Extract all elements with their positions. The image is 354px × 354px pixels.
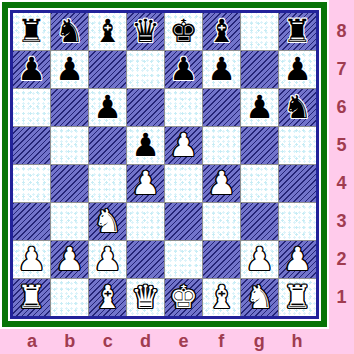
white-pawn-piece: ♟: [283, 241, 312, 278]
rank-coordinates: 87654321: [330, 13, 353, 316]
square-e4[interactable]: [165, 165, 202, 202]
square-d7[interactable]: [127, 51, 164, 88]
square-c6[interactable]: ♟: [89, 89, 126, 126]
file-label-d: d: [127, 330, 165, 353]
black-pawn-piece: ♟: [169, 51, 198, 88]
board-white-inset: ♜♞♝♛♚♝♜♟♟♟♟♟♟♟♞♟♟♟♟♞♟♟♟♟♟♜♝♛♚♝♞♜: [8, 8, 321, 321]
square-b3[interactable]: [51, 203, 88, 240]
square-d2[interactable]: [127, 241, 164, 278]
square-b2[interactable]: ♟: [51, 241, 88, 278]
black-pawn-piece: ♟: [245, 89, 274, 126]
file-label-g: g: [240, 330, 278, 353]
square-g5[interactable]: [241, 127, 278, 164]
square-g6[interactable]: ♟: [241, 89, 278, 126]
square-d4[interactable]: ♟: [127, 165, 164, 202]
file-label-b: b: [51, 330, 89, 353]
square-h3[interactable]: [279, 203, 316, 240]
black-pawn-piece: ♟: [17, 51, 46, 88]
square-h6[interactable]: ♞: [279, 89, 316, 126]
square-h7[interactable]: ♟: [279, 51, 316, 88]
rank-label-6: 6: [330, 89, 353, 127]
square-c5[interactable]: [89, 127, 126, 164]
square-c7[interactable]: [89, 51, 126, 88]
white-pawn-piece: ♟: [207, 165, 236, 202]
square-f6[interactable]: [203, 89, 240, 126]
board-grid: ♜♞♝♛♚♝♜♟♟♟♟♟♟♟♞♟♟♟♟♞♟♟♟♟♟♜♝♛♚♝♞♜: [13, 13, 316, 316]
rank-label-5: 5: [330, 127, 353, 165]
square-c4[interactable]: [89, 165, 126, 202]
square-a6[interactable]: [13, 89, 50, 126]
file-label-c: c: [89, 330, 127, 353]
square-e8[interactable]: ♚: [165, 13, 202, 50]
square-h5[interactable]: [279, 127, 316, 164]
black-rook-piece: ♜: [283, 13, 312, 50]
square-f4[interactable]: ♟: [203, 165, 240, 202]
square-b5[interactable]: [51, 127, 88, 164]
white-knight-piece: ♞: [93, 203, 122, 240]
square-h2[interactable]: ♟: [279, 241, 316, 278]
white-rook-piece: ♜: [283, 279, 312, 316]
white-bishop-piece: ♝: [207, 279, 236, 316]
white-rook-piece: ♜: [17, 279, 46, 316]
black-pawn-piece: ♟: [283, 51, 312, 88]
file-label-a: a: [13, 330, 51, 353]
chess-app-window: ♜♞♝♛♚♝♜♟♟♟♟♟♟♟♞♟♟♟♟♞♟♟♟♟♟♜♝♛♚♝♞♜ abcdefg…: [0, 0, 354, 354]
black-bishop-piece: ♝: [207, 13, 236, 50]
square-a7[interactable]: ♟: [13, 51, 50, 88]
black-pawn-piece: ♟: [93, 89, 122, 126]
square-b7[interactable]: ♟: [51, 51, 88, 88]
white-queen-piece: ♛: [131, 279, 160, 316]
square-d3[interactable]: [127, 203, 164, 240]
square-c8[interactable]: ♝: [89, 13, 126, 50]
board-navy-border: ♜♞♝♛♚♝♜♟♟♟♟♟♟♟♞♟♟♟♟♞♟♟♟♟♟♜♝♛♚♝♞♜: [10, 10, 319, 319]
square-e2[interactable]: [165, 241, 202, 278]
black-queen-piece: ♛: [131, 13, 160, 50]
file-label-f: f: [202, 330, 240, 353]
square-f8[interactable]: ♝: [203, 13, 240, 50]
square-g7[interactable]: [241, 51, 278, 88]
white-knight-piece: ♞: [245, 279, 274, 316]
square-g4[interactable]: [241, 165, 278, 202]
square-f1[interactable]: ♝: [203, 279, 240, 316]
square-d8[interactable]: ♛: [127, 13, 164, 50]
rank-label-3: 3: [330, 202, 353, 240]
square-c2[interactable]: ♟: [89, 241, 126, 278]
square-b1[interactable]: [51, 279, 88, 316]
square-a1[interactable]: ♜: [13, 279, 50, 316]
black-pawn-piece: ♟: [55, 51, 84, 88]
square-d6[interactable]: [127, 89, 164, 126]
white-pawn-piece: ♟: [131, 165, 160, 202]
rank-label-4: 4: [330, 165, 353, 203]
square-f5[interactable]: [203, 127, 240, 164]
square-d1[interactable]: ♛: [127, 279, 164, 316]
white-pawn-piece: ♟: [93, 241, 122, 278]
black-rook-piece: ♜: [17, 13, 46, 50]
square-d5[interactable]: ♟: [127, 127, 164, 164]
square-f7[interactable]: ♟: [203, 51, 240, 88]
square-e6[interactable]: [165, 89, 202, 126]
square-a4[interactable]: [13, 165, 50, 202]
square-b8[interactable]: ♞: [51, 13, 88, 50]
rank-label-2: 2: [330, 240, 353, 278]
rank-label-7: 7: [330, 51, 353, 89]
square-g2[interactable]: ♟: [241, 241, 278, 278]
white-pawn-piece: ♟: [17, 241, 46, 278]
black-pawn-piece: ♟: [207, 51, 236, 88]
square-a2[interactable]: ♟: [13, 241, 50, 278]
black-bishop-piece: ♝: [93, 13, 122, 50]
square-g1[interactable]: ♞: [241, 279, 278, 316]
white-pawn-piece: ♟: [245, 241, 274, 278]
square-f3[interactable]: [203, 203, 240, 240]
square-e1[interactable]: ♚: [165, 279, 202, 316]
square-b4[interactable]: [51, 165, 88, 202]
white-bishop-piece: ♝: [93, 279, 122, 316]
black-knight-piece: ♞: [283, 89, 312, 126]
board-green-border: ♜♞♝♛♚♝♜♟♟♟♟♟♟♟♞♟♟♟♟♞♟♟♟♟♟♜♝♛♚♝♞♜: [2, 2, 327, 327]
square-a8[interactable]: ♜: [13, 13, 50, 50]
file-label-h: h: [278, 330, 316, 353]
square-a5[interactable]: [13, 127, 50, 164]
board-outer-frame: ♜♞♝♛♚♝♜♟♟♟♟♟♟♟♞♟♟♟♟♞♟♟♟♟♟♜♝♛♚♝♞♜: [0, 0, 329, 329]
square-b6[interactable]: [51, 89, 88, 126]
square-g8[interactable]: [241, 13, 278, 50]
black-knight-piece: ♞: [55, 13, 84, 50]
square-a3[interactable]: [13, 203, 50, 240]
white-king-piece: ♚: [169, 279, 198, 316]
square-c1[interactable]: ♝: [89, 279, 126, 316]
square-e5[interactable]: ♟: [165, 127, 202, 164]
white-pawn-piece: ♟: [169, 127, 198, 164]
file-coordinates: abcdefgh: [13, 330, 316, 353]
black-pawn-piece: ♟: [131, 127, 160, 164]
square-h4[interactable]: [279, 165, 316, 202]
square-h8[interactable]: ♜: [279, 13, 316, 50]
square-h1[interactable]: ♜: [279, 279, 316, 316]
white-pawn-piece: ♟: [55, 241, 84, 278]
square-g3[interactable]: [241, 203, 278, 240]
rank-label-1: 1: [330, 278, 353, 316]
rank-label-8: 8: [330, 13, 353, 51]
black-king-piece: ♚: [169, 13, 198, 50]
square-e7[interactable]: ♟: [165, 51, 202, 88]
square-c3[interactable]: ♞: [89, 203, 126, 240]
square-e3[interactable]: [165, 203, 202, 240]
file-label-e: e: [165, 330, 203, 353]
square-f2[interactable]: [203, 241, 240, 278]
